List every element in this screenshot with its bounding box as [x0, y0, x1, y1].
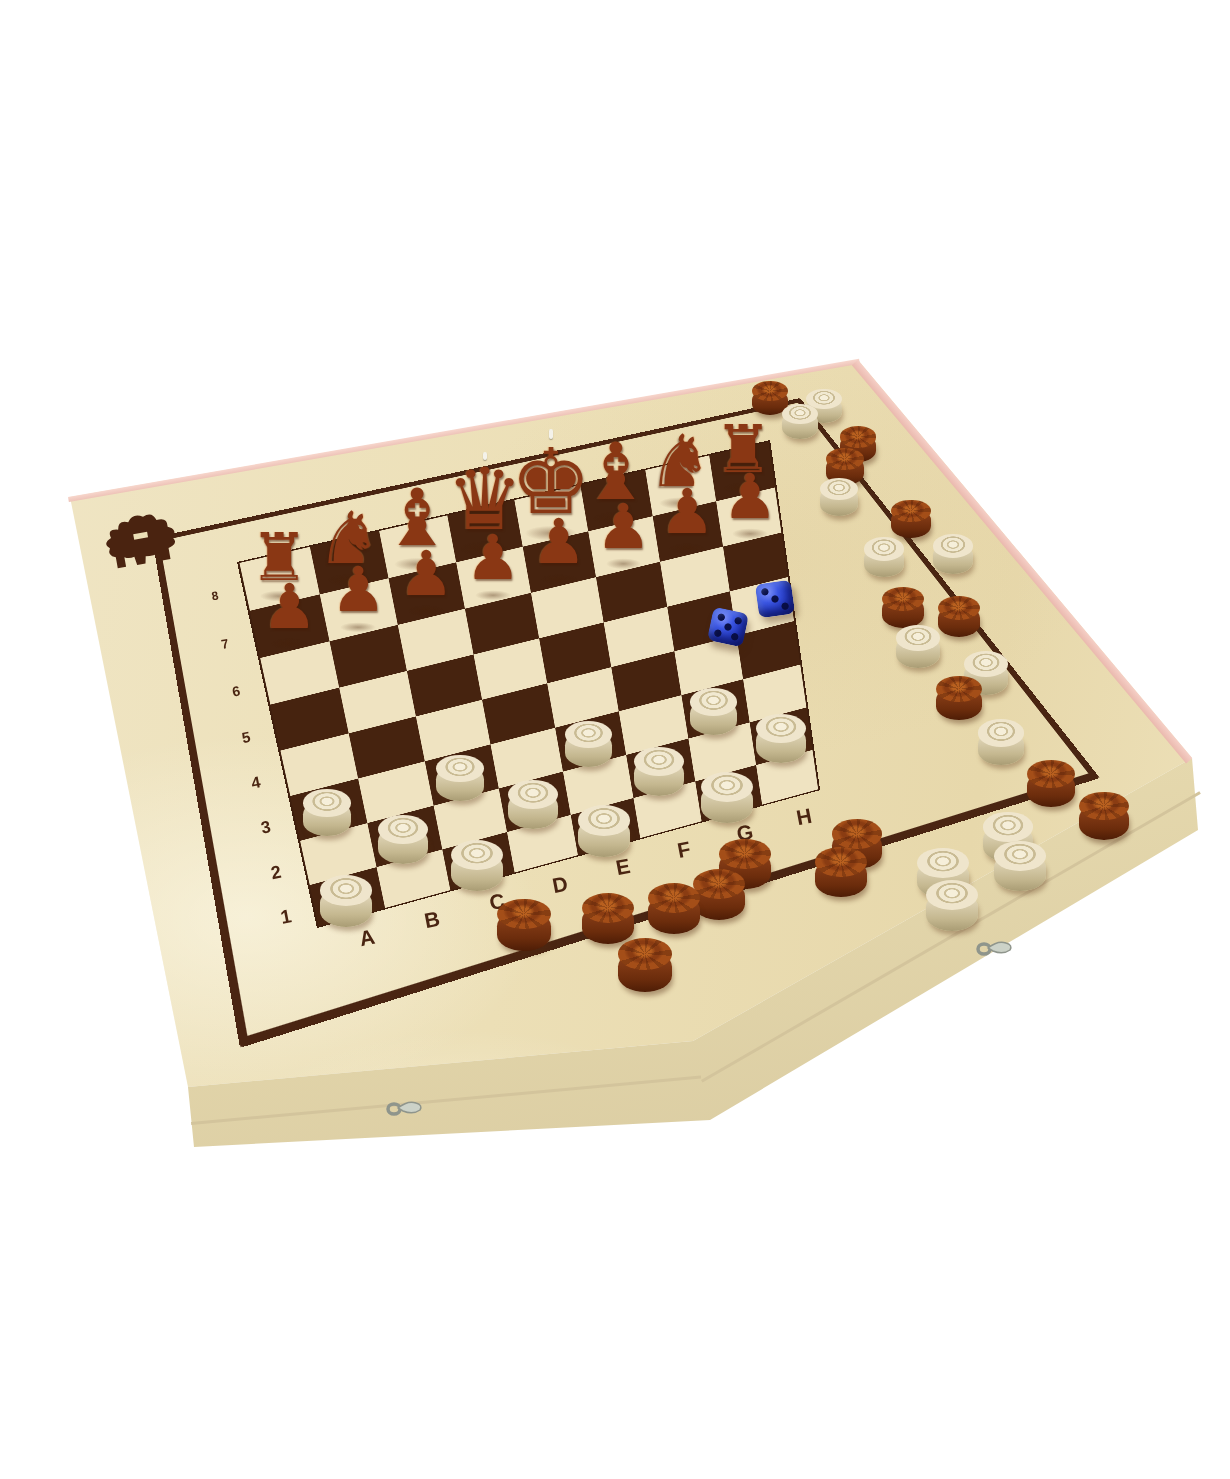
checker-brown[interactable] [497, 899, 550, 951]
checker-white[interactable] [782, 404, 818, 439]
metal-clasp-icon[interactable] [385, 1096, 427, 1120]
checker-brown[interactable] [1079, 792, 1128, 840]
checker-brown[interactable] [891, 500, 930, 539]
checker-white[interactable] [565, 721, 612, 767]
checker-white[interactable] [634, 747, 684, 796]
checker-white[interactable] [436, 755, 483, 801]
checker-white[interactable] [451, 840, 504, 891]
checker-brown[interactable] [582, 893, 635, 945]
checker-brown[interactable] [938, 596, 981, 638]
checker-white[interactable] [978, 719, 1025, 765]
checker-white[interactable] [303, 789, 350, 835]
checker-white[interactable] [864, 537, 905, 577]
checker-brown[interactable] [1027, 760, 1075, 807]
checker-white[interactable] [701, 772, 754, 823]
checker-white[interactable] [820, 478, 859, 516]
blue-die[interactable] [707, 607, 749, 648]
checker-white[interactable] [320, 875, 373, 926]
photo-scene: 87654321ABCDEFGH ♜♞♝♛♚♝♞♜♟♟♟♟♟♟♟♟ [0, 0, 1230, 1479]
checker-white[interactable] [690, 688, 737, 734]
checker-white[interactable] [896, 625, 940, 668]
checker-white[interactable] [378, 815, 428, 864]
checker-white[interactable] [756, 714, 806, 763]
checker-white[interactable] [578, 805, 631, 856]
checker-white[interactable] [926, 880, 978, 931]
checker-brown[interactable] [693, 869, 745, 920]
checker-brown[interactable] [648, 883, 701, 934]
checker-white[interactable] [508, 780, 558, 829]
checker-white[interactable] [994, 841, 1045, 891]
checker-brown[interactable] [936, 676, 981, 720]
blue-die[interactable] [755, 580, 795, 619]
checker-brown[interactable] [882, 587, 924, 628]
metal-clasp-icon[interactable] [975, 936, 1017, 960]
checker-brown[interactable] [618, 938, 672, 991]
checker-white[interactable] [933, 534, 974, 574]
checker-brown[interactable] [815, 847, 866, 897]
